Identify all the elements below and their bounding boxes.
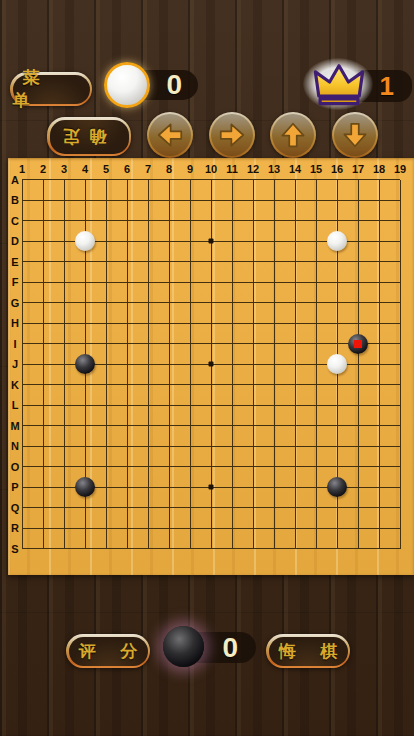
intersection-H4[interactable] (75, 313, 96, 334)
intersection-G4[interactable] (75, 293, 96, 314)
intersection-B2[interactable] (33, 190, 54, 211)
intersection-R17[interactable] (348, 518, 369, 539)
intersection-H6[interactable] (117, 313, 138, 334)
intersection-G18[interactable] (369, 293, 390, 314)
intersection-P7[interactable] (138, 477, 159, 498)
intersection-H2[interactable] (33, 313, 54, 334)
intersection-R5[interactable] (96, 518, 117, 539)
intersection-S15[interactable] (306, 539, 327, 560)
intersection-D13[interactable] (264, 231, 285, 252)
intersection-Q16[interactable] (327, 498, 348, 519)
intersection-B11[interactable] (222, 190, 243, 211)
intersection-M16[interactable] (327, 416, 348, 437)
intersection-Q15[interactable] (306, 498, 327, 519)
intersection-S10[interactable] (201, 539, 222, 560)
intersection-N18[interactable] (369, 436, 390, 457)
intersection-P17[interactable] (348, 477, 369, 498)
intersection-N3[interactable] (54, 436, 75, 457)
intersection-L16[interactable] (327, 395, 348, 416)
intersection-L3[interactable] (54, 395, 75, 416)
intersection-B7[interactable] (138, 190, 159, 211)
intersection-F12[interactable] (243, 272, 264, 293)
intersection-I3[interactable] (54, 334, 75, 355)
intersection-D11[interactable] (222, 231, 243, 252)
intersection-D9[interactable] (180, 231, 201, 252)
intersection-J14[interactable] (285, 354, 306, 375)
intersection-G19[interactable] (390, 293, 411, 314)
intersection-O12[interactable] (243, 457, 264, 478)
intersection-S4[interactable] (75, 539, 96, 560)
intersection-L9[interactable] (180, 395, 201, 416)
intersection-H15[interactable] (306, 313, 327, 334)
intersection-I15[interactable] (306, 334, 327, 355)
intersection-H12[interactable] (243, 313, 264, 334)
intersection-L1[interactable] (12, 395, 33, 416)
intersection-I17[interactable] (348, 334, 369, 355)
intersection-P1[interactable] (12, 477, 33, 498)
intersection-B9[interactable] (180, 190, 201, 211)
intersection-M7[interactable] (138, 416, 159, 437)
intersection-N2[interactable] (33, 436, 54, 457)
intersection-K2[interactable] (33, 375, 54, 396)
intersection-C15[interactable] (306, 211, 327, 232)
intersection-B3[interactable] (54, 190, 75, 211)
intersection-S16[interactable] (327, 539, 348, 560)
intersection-Q7[interactable] (138, 498, 159, 519)
intersection-O16[interactable] (327, 457, 348, 478)
intersection-I7[interactable] (138, 334, 159, 355)
intersection-D18[interactable] (369, 231, 390, 252)
intersection-G17[interactable] (348, 293, 369, 314)
intersection-K5[interactable] (96, 375, 117, 396)
intersection-N12[interactable] (243, 436, 264, 457)
intersection-D8[interactable] (159, 231, 180, 252)
intersection-B17[interactable] (348, 190, 369, 211)
intersection-N6[interactable] (117, 436, 138, 457)
intersection-J7[interactable] (138, 354, 159, 375)
arrow-up-button[interactable] (270, 112, 316, 158)
intersection-C1[interactable] (12, 211, 33, 232)
intersection-M19[interactable] (390, 416, 411, 437)
intersection-L15[interactable] (306, 395, 327, 416)
intersection-D2[interactable] (33, 231, 54, 252)
intersection-E12[interactable] (243, 252, 264, 273)
intersection-I16[interactable] (327, 334, 348, 355)
intersection-F18[interactable] (369, 272, 390, 293)
intersection-S13[interactable] (264, 539, 285, 560)
intersection-Q1[interactable] (12, 498, 33, 519)
intersection-D17[interactable] (348, 231, 369, 252)
intersection-K12[interactable] (243, 375, 264, 396)
intersection-Q12[interactable] (243, 498, 264, 519)
intersection-Q4[interactable] (75, 498, 96, 519)
intersection-G16[interactable] (327, 293, 348, 314)
intersection-M2[interactable] (33, 416, 54, 437)
intersection-D3[interactable] (54, 231, 75, 252)
intersection-Q9[interactable] (180, 498, 201, 519)
intersection-J6[interactable] (117, 354, 138, 375)
intersection-E2[interactable] (33, 252, 54, 273)
intersection-M9[interactable] (180, 416, 201, 437)
intersection-N13[interactable] (264, 436, 285, 457)
intersection-O3[interactable] (54, 457, 75, 478)
intersection-A15[interactable] (306, 170, 327, 191)
intersection-I19[interactable] (390, 334, 411, 355)
intersection-C10[interactable] (201, 211, 222, 232)
intersection-M5[interactable] (96, 416, 117, 437)
intersection-A2[interactable] (33, 170, 54, 191)
intersection-C8[interactable] (159, 211, 180, 232)
intersection-Q6[interactable] (117, 498, 138, 519)
intersection-M3[interactable] (54, 416, 75, 437)
intersection-E15[interactable] (306, 252, 327, 273)
intersection-S18[interactable] (369, 539, 390, 560)
intersection-P4[interactable] (75, 477, 96, 498)
intersection-E9[interactable] (180, 252, 201, 273)
intersection-I5[interactable] (96, 334, 117, 355)
intersection-A17[interactable] (348, 170, 369, 191)
intersection-I1[interactable] (12, 334, 33, 355)
intersection-R10[interactable] (201, 518, 222, 539)
intersection-R18[interactable] (369, 518, 390, 539)
intersection-S5[interactable] (96, 539, 117, 560)
intersection-Q11[interactable] (222, 498, 243, 519)
intersection-P16[interactable] (327, 477, 348, 498)
intersection-M4[interactable] (75, 416, 96, 437)
intersection-P8[interactable] (159, 477, 180, 498)
intersection-S14[interactable] (285, 539, 306, 560)
intersection-E10[interactable] (201, 252, 222, 273)
intersection-B13[interactable] (264, 190, 285, 211)
intersection-I6[interactable] (117, 334, 138, 355)
intersection-A13[interactable] (264, 170, 285, 191)
intersection-F13[interactable] (264, 272, 285, 293)
intersection-N15[interactable] (306, 436, 327, 457)
intersection-N1[interactable] (12, 436, 33, 457)
intersection-N14[interactable] (285, 436, 306, 457)
intersection-S6[interactable] (117, 539, 138, 560)
intersection-N17[interactable] (348, 436, 369, 457)
intersection-O13[interactable] (264, 457, 285, 478)
intersection-F4[interactable] (75, 272, 96, 293)
intersection-B8[interactable] (159, 190, 180, 211)
intersection-L4[interactable] (75, 395, 96, 416)
intersection-R2[interactable] (33, 518, 54, 539)
intersection-O7[interactable] (138, 457, 159, 478)
intersection-R13[interactable] (264, 518, 285, 539)
intersection-N10[interactable] (201, 436, 222, 457)
intersection-R12[interactable] (243, 518, 264, 539)
intersection-M8[interactable] (159, 416, 180, 437)
intersection-L13[interactable] (264, 395, 285, 416)
arrow-left-button[interactable] (147, 112, 193, 158)
intersection-J18[interactable] (369, 354, 390, 375)
intersection-K16[interactable] (327, 375, 348, 396)
intersection-K13[interactable] (264, 375, 285, 396)
intersection-B5[interactable] (96, 190, 117, 211)
intersection-P10[interactable] (201, 477, 222, 498)
intersection-G5[interactable] (96, 293, 117, 314)
intersection-K9[interactable] (180, 375, 201, 396)
intersection-A19[interactable] (390, 170, 411, 191)
intersection-J12[interactable] (243, 354, 264, 375)
intersection-A1[interactable] (12, 170, 33, 191)
intersection-G8[interactable] (159, 293, 180, 314)
intersection-E6[interactable] (117, 252, 138, 273)
intersection-C17[interactable] (348, 211, 369, 232)
intersection-P14[interactable] (285, 477, 306, 498)
intersection-H17[interactable] (348, 313, 369, 334)
intersection-F6[interactable] (117, 272, 138, 293)
intersection-B18[interactable] (369, 190, 390, 211)
intersection-J17[interactable] (348, 354, 369, 375)
intersection-M13[interactable] (264, 416, 285, 437)
intersection-R4[interactable] (75, 518, 96, 539)
intersection-F17[interactable] (348, 272, 369, 293)
intersection-K15[interactable] (306, 375, 327, 396)
intersection-S1[interactable] (12, 539, 33, 560)
intersection-N8[interactable] (159, 436, 180, 457)
arrow-down-button[interactable] (332, 112, 378, 158)
intersection-S11[interactable] (222, 539, 243, 560)
intersection-O14[interactable] (285, 457, 306, 478)
intersection-P18[interactable] (369, 477, 390, 498)
intersection-E5[interactable] (96, 252, 117, 273)
intersection-C19[interactable] (390, 211, 411, 232)
intersection-Q19[interactable] (390, 498, 411, 519)
intersection-G1[interactable] (12, 293, 33, 314)
intersection-S7[interactable] (138, 539, 159, 560)
intersection-Q18[interactable] (369, 498, 390, 519)
intersection-D1[interactable] (12, 231, 33, 252)
intersection-O15[interactable] (306, 457, 327, 478)
intersection-M15[interactable] (306, 416, 327, 437)
intersection-A11[interactable] (222, 170, 243, 191)
intersection-G9[interactable] (180, 293, 201, 314)
intersection-G13[interactable] (264, 293, 285, 314)
intersection-C5[interactable] (96, 211, 117, 232)
intersection-I18[interactable] (369, 334, 390, 355)
intersection-H18[interactable] (369, 313, 390, 334)
intersection-L12[interactable] (243, 395, 264, 416)
intersection-D5[interactable] (96, 231, 117, 252)
intersection-K18[interactable] (369, 375, 390, 396)
intersection-R11[interactable] (222, 518, 243, 539)
intersection-G12[interactable] (243, 293, 264, 314)
intersection-L14[interactable] (285, 395, 306, 416)
intersection-N19[interactable] (390, 436, 411, 457)
intersection-S3[interactable] (54, 539, 75, 560)
intersection-P2[interactable] (33, 477, 54, 498)
intersection-C7[interactable] (138, 211, 159, 232)
intersection-K1[interactable] (12, 375, 33, 396)
intersection-G2[interactable] (33, 293, 54, 314)
intersection-D10[interactable] (201, 231, 222, 252)
intersection-A8[interactable] (159, 170, 180, 191)
intersection-N9[interactable] (180, 436, 201, 457)
intersection-M14[interactable] (285, 416, 306, 437)
intersection-H14[interactable] (285, 313, 306, 334)
intersection-A9[interactable] (180, 170, 201, 191)
intersection-A18[interactable] (369, 170, 390, 191)
intersection-R15[interactable] (306, 518, 327, 539)
intersection-R14[interactable] (285, 518, 306, 539)
intersection-K6[interactable] (117, 375, 138, 396)
intersection-L18[interactable] (369, 395, 390, 416)
intersection-L11[interactable] (222, 395, 243, 416)
intersection-O10[interactable] (201, 457, 222, 478)
intersection-B16[interactable] (327, 190, 348, 211)
intersection-E18[interactable] (369, 252, 390, 273)
intersection-Q8[interactable] (159, 498, 180, 519)
intersection-N11[interactable] (222, 436, 243, 457)
intersection-G10[interactable] (201, 293, 222, 314)
intersection-M10[interactable] (201, 416, 222, 437)
intersection-P5[interactable] (96, 477, 117, 498)
intersection-C13[interactable] (264, 211, 285, 232)
intersection-R3[interactable] (54, 518, 75, 539)
intersection-A5[interactable] (96, 170, 117, 191)
intersection-A6[interactable] (117, 170, 138, 191)
arrow-right-button[interactable] (209, 112, 255, 158)
intersection-P13[interactable] (264, 477, 285, 498)
intersection-B1[interactable] (12, 190, 33, 211)
intersection-G15[interactable] (306, 293, 327, 314)
intersection-Q13[interactable] (264, 498, 285, 519)
intersection-A3[interactable] (54, 170, 75, 191)
intersection-I11[interactable] (222, 334, 243, 355)
intersection-O1[interactable] (12, 457, 33, 478)
intersection-I10[interactable] (201, 334, 222, 355)
intersection-A12[interactable] (243, 170, 264, 191)
intersection-L8[interactable] (159, 395, 180, 416)
intersection-B6[interactable] (117, 190, 138, 211)
intersection-P11[interactable] (222, 477, 243, 498)
intersection-J15[interactable] (306, 354, 327, 375)
intersection-R7[interactable] (138, 518, 159, 539)
intersection-E16[interactable] (327, 252, 348, 273)
intersection-J2[interactable] (33, 354, 54, 375)
intersection-J8[interactable] (159, 354, 180, 375)
intersection-E3[interactable] (54, 252, 75, 273)
intersection-H11[interactable] (222, 313, 243, 334)
intersection-J3[interactable] (54, 354, 75, 375)
intersection-K7[interactable] (138, 375, 159, 396)
intersection-M6[interactable] (117, 416, 138, 437)
intersection-K14[interactable] (285, 375, 306, 396)
intersection-J4[interactable] (75, 354, 96, 375)
intersection-I4[interactable] (75, 334, 96, 355)
intersection-D19[interactable] (390, 231, 411, 252)
intersection-E14[interactable] (285, 252, 306, 273)
intersection-G7[interactable] (138, 293, 159, 314)
intersection-E13[interactable] (264, 252, 285, 273)
intersection-G11[interactable] (222, 293, 243, 314)
intersection-O19[interactable] (390, 457, 411, 478)
intersection-Q10[interactable] (201, 498, 222, 519)
intersection-O9[interactable] (180, 457, 201, 478)
intersection-E19[interactable] (390, 252, 411, 273)
intersection-F11[interactable] (222, 272, 243, 293)
intersection-I14[interactable] (285, 334, 306, 355)
intersection-K4[interactable] (75, 375, 96, 396)
intersection-Q2[interactable] (33, 498, 54, 519)
intersection-J16[interactable] (327, 354, 348, 375)
intersection-O6[interactable] (117, 457, 138, 478)
intersection-D6[interactable] (117, 231, 138, 252)
intersection-L6[interactable] (117, 395, 138, 416)
intersection-C16[interactable] (327, 211, 348, 232)
intersection-G14[interactable] (285, 293, 306, 314)
intersection-K10[interactable] (201, 375, 222, 396)
intersection-R6[interactable] (117, 518, 138, 539)
intersection-F7[interactable] (138, 272, 159, 293)
intersection-Q14[interactable] (285, 498, 306, 519)
intersection-O2[interactable] (33, 457, 54, 478)
intersection-I13[interactable] (264, 334, 285, 355)
intersection-A10[interactable] (201, 170, 222, 191)
intersection-F9[interactable] (180, 272, 201, 293)
intersection-I8[interactable] (159, 334, 180, 355)
intersection-E17[interactable] (348, 252, 369, 273)
intersection-E8[interactable] (159, 252, 180, 273)
intersection-H13[interactable] (264, 313, 285, 334)
intersection-P6[interactable] (117, 477, 138, 498)
intersection-C12[interactable] (243, 211, 264, 232)
intersection-F2[interactable] (33, 272, 54, 293)
intersection-N7[interactable] (138, 436, 159, 457)
intersection-G6[interactable] (117, 293, 138, 314)
intersection-P3[interactable] (54, 477, 75, 498)
intersection-F14[interactable] (285, 272, 306, 293)
intersection-R1[interactable] (12, 518, 33, 539)
intersection-H19[interactable] (390, 313, 411, 334)
intersection-F8[interactable] (159, 272, 180, 293)
intersection-O17[interactable] (348, 457, 369, 478)
intersection-B14[interactable] (285, 190, 306, 211)
intersection-K3[interactable] (54, 375, 75, 396)
confirm-button[interactable]: 确定 (47, 117, 131, 156)
intersection-C11[interactable] (222, 211, 243, 232)
intersection-R9[interactable] (180, 518, 201, 539)
intersection-Q17[interactable] (348, 498, 369, 519)
intersection-C4[interactable] (75, 211, 96, 232)
intersection-P9[interactable] (180, 477, 201, 498)
intersection-B19[interactable] (390, 190, 411, 211)
intersection-I2[interactable] (33, 334, 54, 355)
intersection-C14[interactable] (285, 211, 306, 232)
intersection-E7[interactable] (138, 252, 159, 273)
intersection-J5[interactable] (96, 354, 117, 375)
intersection-B12[interactable] (243, 190, 264, 211)
intersection-N16[interactable] (327, 436, 348, 457)
intersection-K17[interactable] (348, 375, 369, 396)
intersection-F19[interactable] (390, 272, 411, 293)
intersection-C6[interactable] (117, 211, 138, 232)
intersection-M18[interactable] (369, 416, 390, 437)
score-button[interactable]: 评 分 (66, 634, 150, 668)
menu-button[interactable]: 菜 单 (10, 72, 92, 106)
intersection-A7[interactable] (138, 170, 159, 191)
intersection-E1[interactable] (12, 252, 33, 273)
intersection-J10[interactable] (201, 354, 222, 375)
intersection-J1[interactable] (12, 354, 33, 375)
intersection-R16[interactable] (327, 518, 348, 539)
intersection-C18[interactable] (369, 211, 390, 232)
intersection-F16[interactable] (327, 272, 348, 293)
intersection-J9[interactable] (180, 354, 201, 375)
intersection-Q3[interactable] (54, 498, 75, 519)
